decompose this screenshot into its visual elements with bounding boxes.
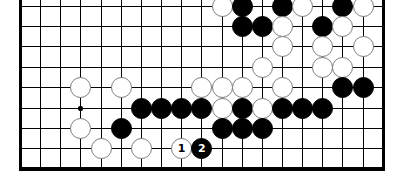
white-stone [292, 0, 313, 17]
black-stone [252, 118, 273, 139]
white-stone [232, 77, 253, 98]
star-point [78, 106, 83, 111]
white-stone [252, 57, 273, 78]
move-number-label: 2 [198, 143, 206, 154]
black-stone [232, 0, 253, 17]
white-stone [91, 138, 112, 159]
black-stone [191, 98, 212, 119]
white-stone [70, 77, 91, 98]
board-bottom-edge [19, 167, 385, 171]
move-number-label: 1 [178, 143, 186, 154]
white-stone [312, 36, 333, 57]
white-stone [252, 98, 273, 119]
white-stone [131, 138, 152, 159]
black-stone [232, 98, 253, 119]
black-stone [232, 16, 253, 37]
white-stone [332, 57, 353, 78]
black-stone [212, 118, 233, 139]
black-stone [151, 98, 172, 119]
white-stone [212, 0, 233, 17]
move-2-stone: 2 [191, 138, 212, 159]
black-stone [131, 98, 152, 119]
black-stone [272, 0, 293, 17]
move-1-stone: 1 [171, 138, 192, 159]
black-stone [332, 77, 353, 98]
white-stone [332, 16, 353, 37]
white-stone [272, 77, 293, 98]
white-stone [191, 77, 212, 98]
black-stone [171, 98, 192, 119]
white-stone [272, 36, 293, 57]
black-stone [292, 98, 313, 119]
white-stone [212, 98, 233, 119]
black-stone [312, 98, 333, 119]
black-stone [312, 16, 333, 37]
black-stone [332, 0, 353, 17]
go-board-diagram: 12 [0, 0, 400, 187]
grid-hline [19, 6, 385, 7]
black-stone [353, 77, 374, 98]
white-stone [312, 57, 333, 78]
black-stone [232, 118, 253, 139]
white-stone [353, 0, 374, 17]
white-stone [353, 36, 374, 57]
black-stone [272, 98, 293, 119]
black-stone [111, 118, 132, 139]
white-stone [111, 77, 132, 98]
white-stone [272, 16, 293, 37]
white-stone [70, 118, 91, 139]
black-stone [252, 16, 273, 37]
white-stone [212, 77, 233, 98]
